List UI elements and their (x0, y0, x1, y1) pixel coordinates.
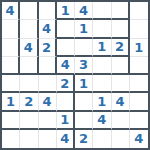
cell-r3c4[interactable] (57, 39, 75, 57)
cell-r5c8[interactable] (130, 75, 148, 93)
cell-r8c3[interactable] (39, 130, 57, 148)
cell-r5c5[interactable]: 1 (75, 75, 93, 93)
cell-r8c2[interactable] (20, 130, 38, 148)
cell-r7c7[interactable] (112, 112, 130, 130)
cell-r7c5[interactable] (75, 112, 93, 130)
given-digit: 1 (6, 94, 15, 107)
given-digit: 4 (60, 132, 69, 145)
cell-r7c8[interactable] (130, 112, 148, 130)
given-digit: 2 (79, 132, 88, 145)
cell-r8c7[interactable] (112, 130, 130, 148)
cell-r6c5[interactable] (75, 93, 93, 111)
cell-r1c3[interactable] (39, 2, 57, 20)
cell-r1c8[interactable] (130, 2, 148, 20)
cell-r8c5[interactable]: 2 (75, 130, 93, 148)
given-digit: 1 (97, 40, 106, 53)
given-digit: 4 (79, 3, 88, 16)
cell-r4c2[interactable] (20, 57, 38, 75)
cell-r2c8[interactable] (130, 20, 148, 38)
cell-r4c4[interactable]: 4 (57, 57, 75, 75)
cell-r8c8[interactable]: 4 (130, 130, 148, 148)
given-digit: 4 (6, 4, 15, 17)
cell-r2c3[interactable]: 4 (39, 20, 57, 38)
cell-r3c1[interactable] (2, 39, 20, 57)
cell-r8c1[interactable] (2, 130, 20, 148)
cell-r5c7[interactable] (112, 75, 130, 93)
cell-r2c6[interactable] (93, 20, 111, 38)
cell-r7c6[interactable]: 4 (93, 112, 111, 130)
cell-r1c7[interactable] (112, 2, 130, 20)
cell-r7c2[interactable] (20, 112, 38, 130)
cell-r5c3[interactable] (39, 75, 57, 93)
cell-r5c6[interactable] (93, 75, 111, 93)
given-digit: 2 (60, 76, 69, 89)
cell-r6c7[interactable]: 4 (112, 93, 130, 111)
cell-r1c4[interactable]: 1 (57, 2, 75, 20)
cell-r4c7[interactable] (112, 57, 130, 75)
given-digit: 4 (43, 94, 52, 107)
cell-r3c7[interactable]: 2 (112, 39, 130, 57)
given-digit: 4 (97, 113, 106, 126)
cell-r5c4[interactable]: 2 (57, 75, 75, 93)
given-digit: 2 (115, 40, 124, 53)
puzzle-board: 414414212143211241414424 (0, 0, 150, 150)
cell-r3c5[interactable] (75, 39, 93, 57)
cell-r7c1[interactable] (2, 112, 20, 130)
cell-r6c4[interactable] (57, 93, 75, 111)
given-digit: 1 (97, 94, 106, 107)
cell-r7c3[interactable] (39, 112, 57, 130)
cell-r4c8[interactable] (130, 57, 148, 75)
cell-r7c4[interactable]: 1 (57, 112, 75, 130)
given-digit: 3 (79, 58, 88, 71)
given-digit: 4 (134, 132, 143, 145)
cell-r1c5[interactable]: 4 (75, 2, 93, 20)
cell-r6c2[interactable]: 2 (20, 93, 38, 111)
cell-r8c4[interactable]: 4 (57, 130, 75, 148)
cell-r3c2[interactable]: 4 (20, 39, 38, 57)
cell-r8c6[interactable] (93, 130, 111, 148)
cell-r1c1[interactable]: 4 (2, 2, 20, 20)
cell-r2c2[interactable] (20, 20, 38, 38)
cell-r4c5[interactable]: 3 (75, 57, 93, 75)
given-digit: 2 (42, 40, 51, 53)
cell-r4c3[interactable] (39, 57, 57, 75)
cell-r3c3[interactable]: 2 (39, 39, 57, 57)
given-digit: 4 (24, 40, 33, 53)
given-digit: 2 (24, 94, 33, 107)
given-digit: 1 (79, 21, 88, 34)
cell-r5c1[interactable] (2, 75, 20, 93)
cell-r6c3[interactable]: 4 (39, 93, 57, 111)
cell-r6c1[interactable]: 1 (2, 93, 20, 111)
cell-r3c6[interactable]: 1 (93, 39, 111, 57)
cell-r5c2[interactable] (20, 75, 38, 93)
given-digit: 1 (79, 76, 88, 89)
cell-r2c1[interactable] (2, 20, 20, 38)
given-digit: 4 (61, 58, 70, 71)
given-digit: 4 (116, 94, 125, 107)
given-digit: 4 (42, 22, 51, 35)
given-digit: 1 (134, 40, 143, 53)
given-digit: 1 (61, 3, 70, 16)
cell-r6c8[interactable] (130, 93, 148, 111)
cell-r4c6[interactable] (93, 57, 111, 75)
cell-r3c8[interactable]: 1 (130, 39, 148, 57)
cell-r6c6[interactable]: 1 (93, 93, 111, 111)
given-digit: 1 (60, 113, 69, 126)
cell-r1c2[interactable] (20, 2, 38, 20)
cell-r1c6[interactable] (93, 2, 111, 20)
cell-r2c4[interactable] (57, 20, 75, 38)
cell-r2c5[interactable]: 1 (75, 20, 93, 38)
cell-r4c1[interactable] (2, 57, 20, 75)
cell-r2c7[interactable] (112, 20, 130, 38)
